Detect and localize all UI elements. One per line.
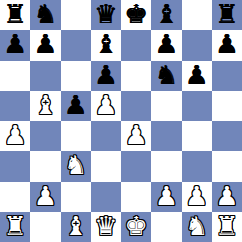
- square-h4[interactable]: [212, 121, 242, 151]
- square-c5[interactable]: ♟: [61, 91, 91, 121]
- square-a3[interactable]: [0, 151, 30, 181]
- piece-white-bishop[interactable]: ♝: [34, 92, 57, 118]
- piece-white-rook[interactable]: ♜: [3, 213, 26, 239]
- square-a5[interactable]: [0, 91, 30, 121]
- square-b7[interactable]: ♟: [30, 30, 60, 60]
- square-e2[interactable]: [121, 182, 151, 212]
- square-b6[interactable]: [30, 61, 60, 91]
- square-h8[interactable]: ♜: [212, 0, 242, 30]
- square-g6[interactable]: ♟: [182, 61, 212, 91]
- square-b8[interactable]: ♞: [30, 0, 60, 30]
- square-e6[interactable]: [121, 61, 151, 91]
- piece-white-bishop[interactable]: ♝: [64, 213, 87, 239]
- square-h6[interactable]: [212, 61, 242, 91]
- piece-black-queen[interactable]: ♛: [94, 1, 117, 27]
- square-a8[interactable]: ♜: [0, 0, 30, 30]
- square-d7[interactable]: ♝: [91, 30, 121, 60]
- square-e1[interactable]: ♚: [121, 212, 151, 242]
- square-h7[interactable]: ♟: [212, 30, 242, 60]
- square-g8[interactable]: [182, 0, 212, 30]
- piece-white-king[interactable]: ♚: [124, 213, 147, 239]
- square-a1[interactable]: ♜: [0, 212, 30, 242]
- piece-black-pawn[interactable]: ♟: [215, 31, 238, 57]
- square-f8[interactable]: ♝: [151, 0, 181, 30]
- square-d6[interactable]: ♟: [91, 61, 121, 91]
- piece-black-king[interactable]: ♚: [124, 1, 147, 27]
- piece-white-pawn[interactable]: ♟: [124, 122, 147, 148]
- piece-black-bishop[interactable]: ♝: [155, 1, 178, 27]
- square-b2[interactable]: ♟: [30, 182, 60, 212]
- square-d5[interactable]: ♟: [91, 91, 121, 121]
- square-a2[interactable]: [0, 182, 30, 212]
- square-e4[interactable]: ♟: [121, 121, 151, 151]
- piece-white-pawn[interactable]: ♟: [3, 122, 26, 148]
- square-g5[interactable]: [182, 91, 212, 121]
- square-d3[interactable]: [91, 151, 121, 181]
- piece-black-pawn[interactable]: ♟: [185, 62, 208, 88]
- piece-black-pawn[interactable]: ♟: [155, 31, 178, 57]
- piece-black-knight[interactable]: ♞: [34, 1, 57, 27]
- square-c2[interactable]: [61, 182, 91, 212]
- square-a7[interactable]: ♟: [0, 30, 30, 60]
- square-b5[interactable]: ♝: [30, 91, 60, 121]
- square-a6[interactable]: [0, 61, 30, 91]
- piece-black-pawn[interactable]: ♟: [64, 92, 87, 118]
- square-f1[interactable]: [151, 212, 181, 242]
- square-f5[interactable]: [151, 91, 181, 121]
- square-g2[interactable]: ♟: [182, 182, 212, 212]
- piece-black-knight[interactable]: ♞: [155, 62, 178, 88]
- piece-white-pawn[interactable]: ♟: [94, 92, 117, 118]
- square-e8[interactable]: ♚: [121, 0, 151, 30]
- square-d8[interactable]: ♛: [91, 0, 121, 30]
- square-g3[interactable]: [182, 151, 212, 181]
- square-f7[interactable]: ♟: [151, 30, 181, 60]
- piece-white-pawn[interactable]: ♟: [155, 183, 178, 209]
- square-b4[interactable]: [30, 121, 60, 151]
- piece-black-rook[interactable]: ♜: [3, 1, 26, 27]
- square-g1[interactable]: ♞: [182, 212, 212, 242]
- chess-board-container: ♜♞♛♚♝♜♟♟♝♟♟♟♞♟♝♟♟♟♟♞♟♟♟♟♜♝♛♚♞♜: [0, 0, 242, 242]
- piece-white-queen[interactable]: ♛: [94, 213, 117, 239]
- square-c6[interactable]: [61, 61, 91, 91]
- square-e3[interactable]: [121, 151, 151, 181]
- square-b1[interactable]: [30, 212, 60, 242]
- square-b3[interactable]: [30, 151, 60, 181]
- square-c7[interactable]: [61, 30, 91, 60]
- square-h3[interactable]: [212, 151, 242, 181]
- piece-white-knight[interactable]: ♞: [64, 152, 87, 178]
- square-a4[interactable]: ♟: [0, 121, 30, 151]
- square-d4[interactable]: [91, 121, 121, 151]
- square-c3[interactable]: ♞: [61, 151, 91, 181]
- square-f2[interactable]: ♟: [151, 182, 181, 212]
- square-f3[interactable]: [151, 151, 181, 181]
- piece-black-rook[interactable]: ♜: [215, 1, 238, 27]
- piece-black-pawn[interactable]: ♟: [34, 31, 57, 57]
- square-e5[interactable]: [121, 91, 151, 121]
- piece-white-pawn[interactable]: ♟: [215, 183, 238, 209]
- square-c1[interactable]: ♝: [61, 212, 91, 242]
- square-f4[interactable]: [151, 121, 181, 151]
- square-g7[interactable]: [182, 30, 212, 60]
- piece-white-knight[interactable]: ♞: [185, 213, 208, 239]
- square-d2[interactable]: [91, 182, 121, 212]
- square-c8[interactable]: [61, 0, 91, 30]
- square-c4[interactable]: [61, 121, 91, 151]
- square-d1[interactable]: ♛: [91, 212, 121, 242]
- chess-board: ♜♞♛♚♝♜♟♟♝♟♟♟♞♟♝♟♟♟♟♞♟♟♟♟♜♝♛♚♞♜: [0, 0, 242, 242]
- piece-black-pawn[interactable]: ♟: [3, 31, 26, 57]
- piece-white-pawn[interactable]: ♟: [185, 183, 208, 209]
- piece-black-bishop[interactable]: ♝: [94, 31, 117, 57]
- piece-white-rook[interactable]: ♜: [215, 213, 238, 239]
- square-h2[interactable]: ♟: [212, 182, 242, 212]
- square-f6[interactable]: ♞: [151, 61, 181, 91]
- square-e7[interactable]: [121, 30, 151, 60]
- square-g4[interactable]: [182, 121, 212, 151]
- piece-white-pawn[interactable]: ♟: [34, 183, 57, 209]
- piece-black-pawn[interactable]: ♟: [94, 62, 117, 88]
- square-h1[interactable]: ♜: [212, 212, 242, 242]
- square-h5[interactable]: [212, 91, 242, 121]
